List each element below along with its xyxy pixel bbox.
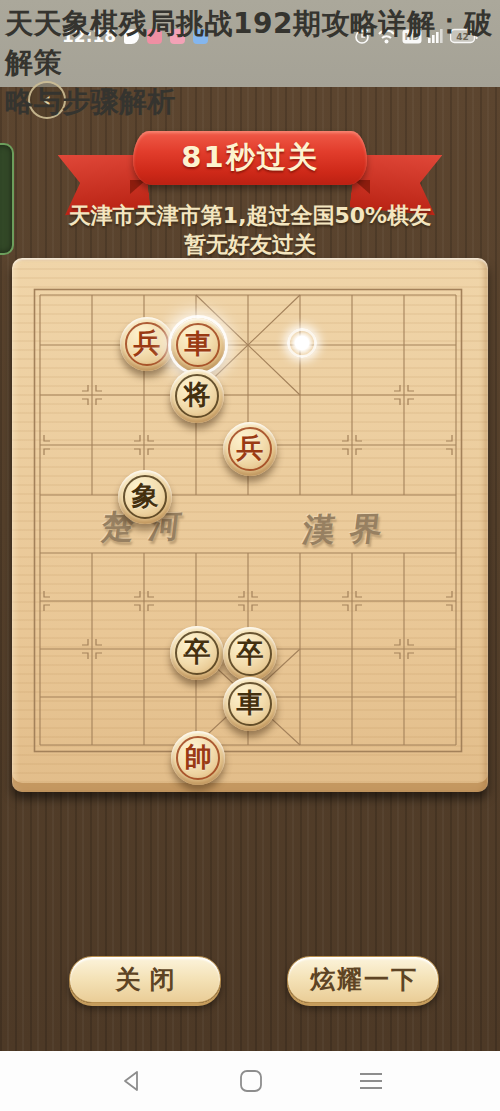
piece-glyph: 車 <box>237 685 264 721</box>
piece-black-象[interactable]: 象 <box>118 470 172 524</box>
close-button[interactable]: 关闭 <box>69 956 221 1003</box>
rank-line2: 暂无好友过关 <box>0 230 500 259</box>
piece-red-帥[interactable]: 帥 <box>171 731 225 785</box>
home-square-icon[interactable] <box>239 1069 263 1093</box>
piece-glyph: 兵 <box>237 430 264 466</box>
piece-glyph: 車 <box>185 326 212 362</box>
piece-black-車[interactable]: 車 <box>223 677 277 731</box>
rank-summary: 天津市天津市第1,超过全国50%棋友 暂无好友过关 <box>0 201 500 259</box>
piece-red-車[interactable]: 車 <box>171 318 225 372</box>
piece-glyph: 卒 <box>184 634 211 670</box>
piece-black-将[interactable]: 将 <box>170 369 224 423</box>
result-ribbon: 81秒过关 <box>133 131 367 185</box>
piece-black-卒[interactable]: 卒 <box>223 627 277 681</box>
video-title-line1: 天天象棋残局挑战192期攻略详解：破解策 <box>5 4 497 82</box>
river-label-right: 漢界 <box>300 507 400 553</box>
piece-glyph: 将 <box>184 377 211 413</box>
last-move-sparkle <box>287 328 317 358</box>
piece-red-兵[interactable]: 兵 <box>120 317 174 371</box>
back-triangle-icon[interactable] <box>120 1069 142 1093</box>
recents-menu-icon[interactable] <box>359 1069 383 1093</box>
piece-black-卒[interactable]: 卒 <box>170 626 224 680</box>
video-title: 天天象棋残局挑战192期攻略详解：破解策 略与步骤解析 <box>5 4 497 121</box>
result-time-text: 81秒过关 <box>181 138 318 178</box>
piece-red-兵[interactable]: 兵 <box>223 422 277 476</box>
piece-glyph: 帥 <box>185 739 212 775</box>
piece-glyph: 象 <box>132 478 159 514</box>
app-screen: 12:18 HD <box>0 0 500 1111</box>
rank-line1: 天津市天津市第1,超过全国50%棋友 <box>0 201 500 230</box>
video-title-line2: 略与步骤解析 <box>5 82 497 121</box>
show-off-button[interactable]: 炫耀一下 <box>287 956 439 1003</box>
piece-glyph: 卒 <box>237 635 264 671</box>
android-nav-bar <box>0 1051 500 1111</box>
piece-glyph: 兵 <box>134 325 161 361</box>
